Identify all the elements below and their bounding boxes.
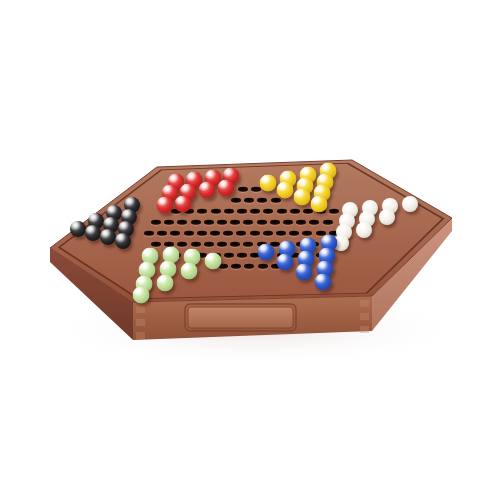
board-hole[interactable] [231, 264, 241, 269]
red-marble[interactable] [199, 182, 216, 199]
board-hole[interactable] [223, 231, 233, 236]
black-marble[interactable] [100, 229, 116, 245]
board-hole[interactable] [263, 209, 273, 214]
board-hole[interactable] [211, 209, 221, 214]
yellow-marble[interactable] [294, 189, 311, 206]
board-hole[interactable] [217, 220, 227, 225]
board-pieces-layer [0, 0, 500, 500]
board-hole[interactable] [191, 220, 201, 225]
board-hole[interactable] [309, 220, 319, 225]
white-marble[interactable] [402, 196, 418, 212]
board-hole[interactable] [224, 209, 234, 214]
board-hole[interactable] [257, 220, 267, 225]
board-hole[interactable] [236, 231, 246, 236]
board-hole[interactable] [237, 209, 247, 214]
board-hole[interactable] [296, 220, 306, 225]
board-hole[interactable] [197, 209, 207, 214]
board-hole[interactable] [157, 231, 167, 236]
yellow-marble[interactable] [260, 175, 277, 192]
board-hole[interactable] [204, 220, 214, 225]
board-hole[interactable] [177, 242, 187, 247]
board-hole[interactable] [302, 231, 312, 236]
board-hole[interactable] [251, 187, 261, 192]
board-hole[interactable] [263, 231, 273, 236]
black-marble[interactable] [85, 225, 101, 241]
board-hole[interactable] [217, 242, 227, 247]
board-hole[interactable] [244, 198, 254, 203]
yellow-marble[interactable] [277, 182, 294, 199]
green-marble[interactable] [205, 253, 222, 270]
white-marble[interactable] [379, 209, 395, 225]
yellow-marble[interactable] [311, 196, 328, 213]
red-marble[interactable] [175, 196, 192, 213]
board-hole[interactable] [243, 220, 253, 225]
board-hole[interactable] [191, 242, 201, 247]
green-marble[interactable] [157, 275, 174, 292]
board-hole[interactable] [230, 242, 240, 247]
red-marble[interactable] [157, 197, 174, 214]
board-hole[interactable] [238, 187, 248, 192]
blue-marble[interactable] [277, 254, 294, 271]
board-hole[interactable] [277, 209, 287, 214]
board-hole[interactable] [230, 220, 240, 225]
green-marble[interactable] [181, 263, 198, 280]
board-hole[interactable] [289, 231, 299, 236]
board-hole[interactable] [283, 220, 293, 225]
board-hole[interactable] [244, 264, 254, 269]
board-hole[interactable] [151, 242, 161, 247]
board-hole[interactable] [271, 198, 281, 203]
board-hole[interactable] [197, 231, 207, 236]
blue-marble[interactable] [258, 244, 275, 261]
black-marble[interactable] [70, 221, 86, 237]
board-hole[interactable] [144, 231, 154, 236]
blue-marble[interactable] [315, 274, 332, 291]
board-hole[interactable] [170, 231, 180, 236]
board-hole[interactable] [250, 209, 260, 214]
red-marble[interactable] [218, 180, 235, 197]
board-hole[interactable] [258, 264, 268, 269]
board-hole[interactable] [224, 253, 234, 258]
board-hole[interactable] [231, 198, 241, 203]
board-hole[interactable] [164, 220, 174, 225]
board-hole[interactable] [276, 231, 286, 236]
board-hole[interactable] [210, 231, 220, 236]
board-hole[interactable] [237, 253, 247, 258]
board-hole[interactable] [329, 209, 339, 214]
board-hole[interactable] [323, 220, 333, 225]
board-hole[interactable] [184, 231, 194, 236]
board-hole[interactable] [204, 242, 214, 247]
board-hole[interactable] [257, 198, 267, 203]
board-hole[interactable] [250, 231, 260, 236]
board-hole[interactable] [270, 220, 280, 225]
white-marble[interactable] [356, 222, 372, 238]
green-marble[interactable] [133, 287, 150, 304]
product-photo-stage [0, 0, 500, 500]
board-hole[interactable] [290, 209, 300, 214]
blue-marble[interactable] [296, 264, 313, 281]
board-hole[interactable] [177, 220, 187, 225]
board-hole[interactable] [151, 220, 161, 225]
black-marble[interactable] [115, 233, 131, 249]
board-hole[interactable] [243, 242, 253, 247]
